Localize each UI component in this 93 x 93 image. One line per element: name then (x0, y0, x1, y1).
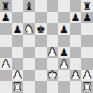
square-e7[interactable] (47, 12, 59, 24)
square-c7[interactable] (23, 12, 35, 24)
square-b8[interactable] (12, 0, 24, 12)
square-a2[interactable] (0, 70, 12, 82)
piece-white-pawn[interactable]: ♟ (48, 47, 57, 58)
square-c6[interactable]: ♞ (23, 23, 35, 35)
piece-black-king[interactable]: ♚ (36, 23, 45, 34)
square-f7[interactable] (58, 12, 70, 24)
square-d3[interactable] (35, 58, 47, 70)
square-a6[interactable] (0, 23, 12, 35)
piece-black-pawn[interactable]: ♟ (82, 12, 91, 23)
chess-board: ♜♝♜♟♟♟♟♞♚♟♟♟♟♟♟♚♟♟♜♜ (0, 0, 93, 93)
square-g5[interactable] (70, 35, 82, 47)
square-e3[interactable] (47, 58, 59, 70)
square-b5[interactable] (12, 35, 24, 47)
piece-black-rook[interactable]: ♜ (82, 0, 91, 11)
square-h4[interactable] (81, 47, 93, 59)
square-e1[interactable] (47, 81, 59, 93)
square-b2[interactable]: ♟ (12, 70, 24, 82)
square-e4[interactable]: ♟ (47, 47, 59, 59)
square-f2[interactable] (58, 70, 70, 82)
square-e8[interactable] (47, 0, 59, 12)
square-c5[interactable] (23, 35, 35, 47)
square-g6[interactable] (70, 23, 82, 35)
square-d6[interactable]: ♚ (35, 23, 47, 35)
square-h7[interactable]: ♟ (81, 12, 93, 24)
piece-black-pawn[interactable]: ♟ (59, 47, 68, 58)
square-f8[interactable] (58, 0, 70, 12)
square-d2[interactable] (35, 70, 47, 82)
square-f4[interactable]: ♟ (58, 47, 70, 59)
square-f6[interactable]: ♟ (58, 23, 70, 35)
square-a3[interactable]: ♟ (0, 58, 12, 70)
piece-white-pawn[interactable]: ♟ (13, 70, 22, 81)
square-a7[interactable]: ♟ (0, 12, 12, 24)
square-b4[interactable] (12, 47, 24, 59)
square-e5[interactable] (47, 35, 59, 47)
piece-white-pawn[interactable]: ♟ (82, 70, 91, 81)
square-b1[interactable]: ♜ (12, 81, 24, 93)
square-a4[interactable] (0, 47, 12, 59)
square-b7[interactable] (12, 12, 24, 24)
square-b6[interactable]: ♟ (12, 23, 24, 35)
piece-white-knight[interactable]: ♞ (24, 23, 33, 34)
square-c1[interactable] (23, 81, 35, 93)
square-c3[interactable] (23, 58, 35, 70)
square-h2[interactable]: ♟ (81, 70, 93, 82)
square-d8[interactable] (35, 0, 47, 12)
square-g2[interactable]: ♟ (70, 70, 82, 82)
square-d7[interactable] (35, 12, 47, 24)
piece-white-pawn[interactable]: ♟ (1, 58, 10, 69)
square-h3[interactable] (81, 58, 93, 70)
square-a5[interactable] (0, 35, 12, 47)
square-h5[interactable] (81, 35, 93, 47)
square-g1[interactable] (70, 81, 82, 93)
square-g4[interactable] (70, 47, 82, 59)
piece-white-rook[interactable]: ♜ (13, 81, 22, 92)
square-d5[interactable] (35, 35, 47, 47)
square-f5[interactable] (58, 35, 70, 47)
square-g3[interactable] (70, 58, 82, 70)
square-h8[interactable]: ♜ (81, 0, 93, 12)
piece-black-rook[interactable]: ♜ (1, 0, 10, 11)
piece-white-rook[interactable]: ♜ (82, 81, 91, 92)
piece-white-pawn[interactable]: ♟ (59, 58, 68, 69)
piece-black-pawn[interactable]: ♟ (71, 12, 80, 23)
square-h6[interactable] (81, 23, 93, 35)
square-f1[interactable] (58, 81, 70, 93)
piece-black-pawn[interactable]: ♟ (13, 23, 22, 34)
square-c2[interactable] (23, 70, 35, 82)
square-c4[interactable] (23, 47, 35, 59)
square-a8[interactable]: ♜ (0, 0, 12, 12)
piece-black-pawn[interactable]: ♟ (59, 23, 68, 34)
square-g7[interactable]: ♟ (70, 12, 82, 24)
square-e6[interactable] (47, 23, 59, 35)
square-e2[interactable]: ♚ (47, 70, 59, 82)
square-h1[interactable]: ♜ (81, 81, 93, 93)
square-a1[interactable] (0, 81, 12, 93)
square-c8[interactable]: ♝ (23, 0, 35, 12)
piece-white-pawn[interactable]: ♟ (71, 70, 80, 81)
square-d4[interactable] (35, 47, 47, 59)
piece-white-king[interactable]: ♚ (48, 70, 57, 81)
piece-black-pawn[interactable]: ♟ (1, 12, 10, 23)
square-f3[interactable]: ♟ (58, 58, 70, 70)
square-d1[interactable] (35, 81, 47, 93)
piece-black-bishop[interactable]: ♝ (24, 0, 33, 11)
square-g8[interactable] (70, 0, 82, 12)
square-b3[interactable] (12, 58, 24, 70)
